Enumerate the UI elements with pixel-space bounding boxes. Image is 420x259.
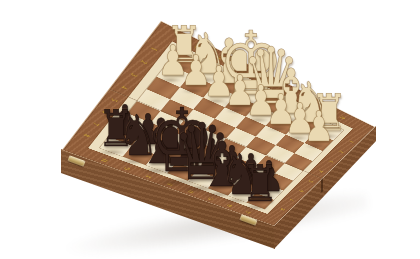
fold-seam-side	[321, 178, 323, 193]
pawn-glyph: ♟	[303, 106, 334, 148]
chess-set-photo: HGFEDCBAHGFEDCBA1234567812345678 ♜♞♝♛♚♝♞…	[0, 0, 420, 259]
piece-white-pawn-a2[interactable]: ♟	[303, 106, 334, 148]
piece-black-rook-a8[interactable]: ♜	[242, 159, 279, 209]
rook-glyph: ♜	[242, 159, 279, 209]
